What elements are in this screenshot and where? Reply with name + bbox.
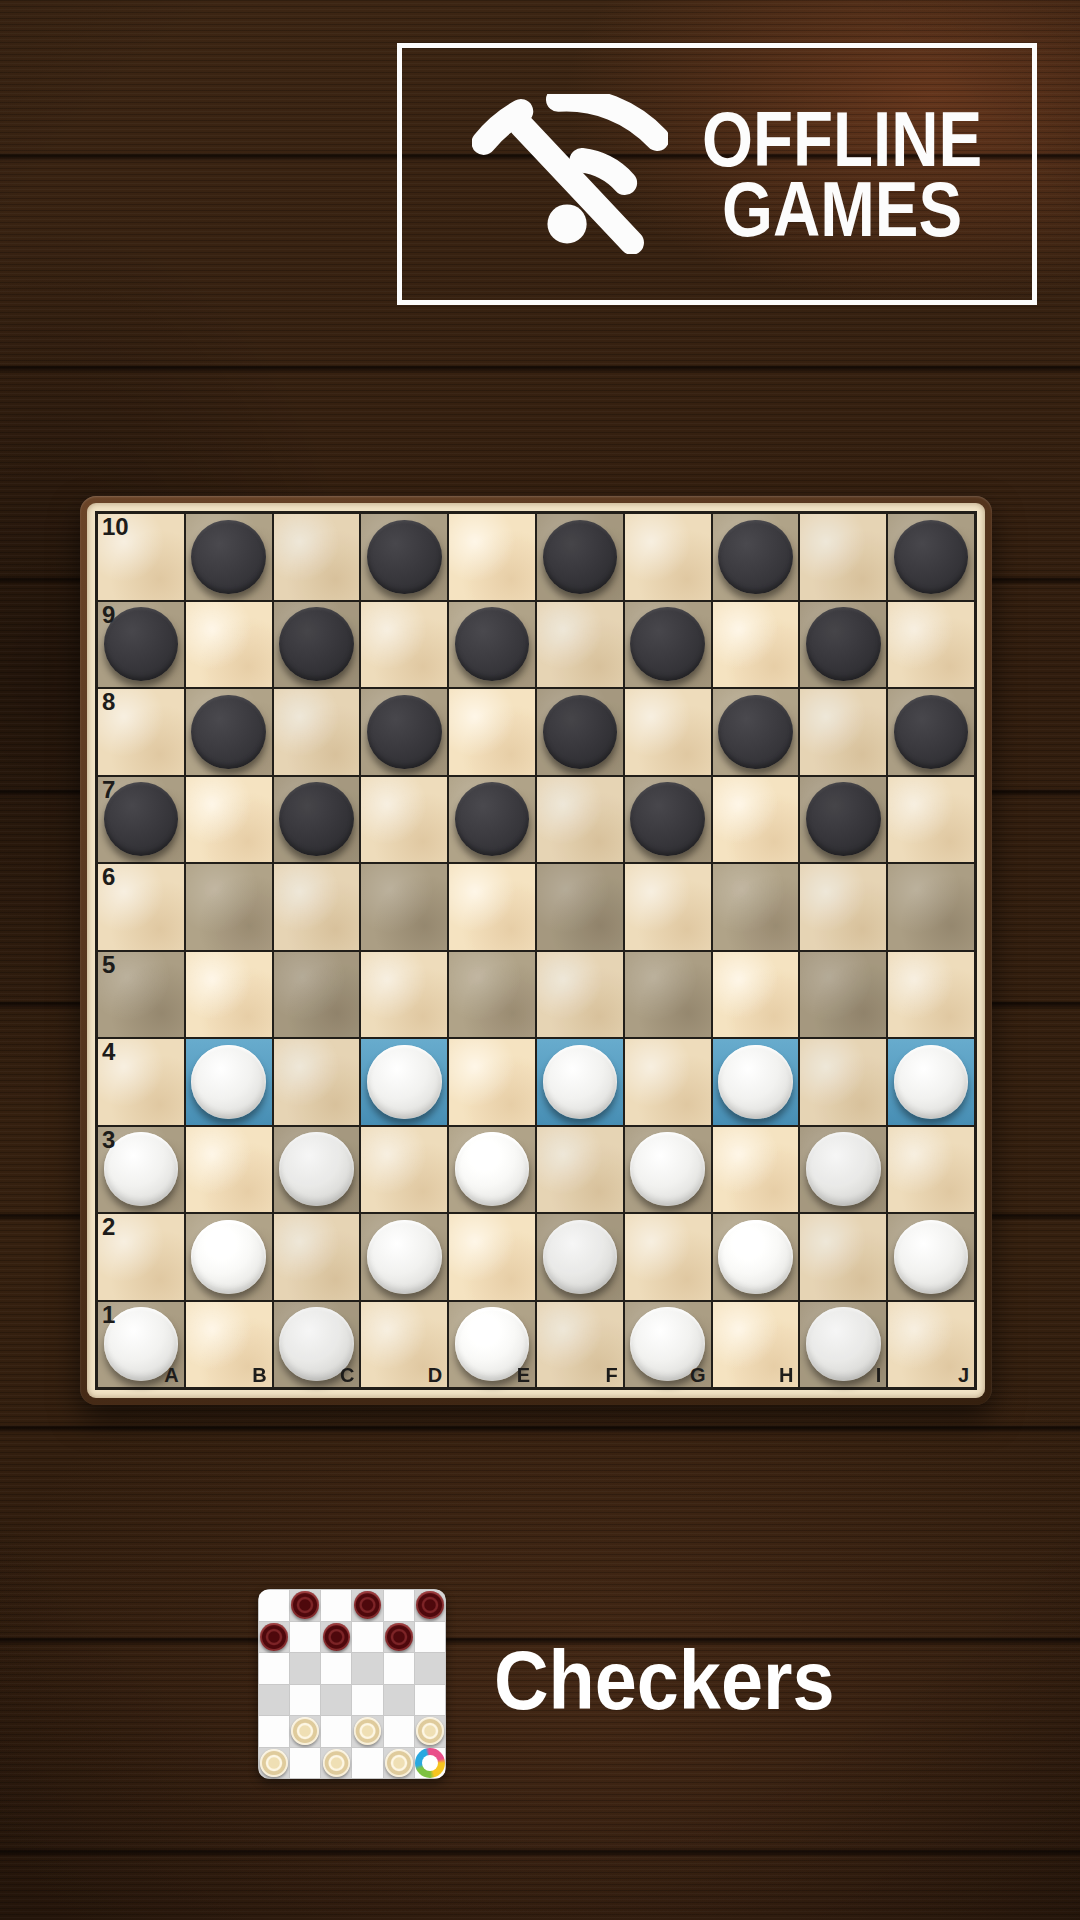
square-E7[interactable]: [449, 777, 535, 863]
icon-square: [384, 1748, 414, 1779]
black-piece-I9[interactable]: [806, 607, 881, 681]
white-piece-E3[interactable]: [455, 1132, 530, 1206]
icon-cream-piece: [385, 1749, 413, 1777]
icon-cream-piece: [323, 1749, 351, 1777]
square-B6[interactable]: [186, 864, 272, 950]
square-J7[interactable]: [888, 777, 974, 863]
icon-square: [384, 1685, 414, 1716]
square-H9[interactable]: [713, 602, 799, 688]
square-J10[interactable]: [888, 514, 974, 600]
square-H1[interactable]: H: [713, 1302, 799, 1388]
square-D7[interactable]: [361, 777, 447, 863]
square-H7[interactable]: [713, 777, 799, 863]
black-piece-I7[interactable]: [806, 782, 881, 856]
square-B8[interactable]: [186, 689, 272, 775]
square-D4[interactable]: [361, 1039, 447, 1125]
square-I4[interactable]: [800, 1039, 886, 1125]
row-label-1: 1: [102, 1303, 115, 1327]
icon-square: [352, 1590, 382, 1621]
square-H5[interactable]: [713, 952, 799, 1038]
icon-square: [259, 1716, 289, 1747]
icon-square: [415, 1653, 445, 1684]
white-piece-H2[interactable]: [718, 1220, 793, 1294]
square-G8[interactable]: [625, 689, 711, 775]
square-E2[interactable]: [449, 1214, 535, 1300]
logo-title-line2: GAMES: [702, 174, 982, 244]
square-A1[interactable]: 1A: [98, 1302, 184, 1388]
square-E4[interactable]: [449, 1039, 535, 1125]
black-piece-J8[interactable]: [894, 695, 969, 769]
icon-square: [290, 1590, 320, 1621]
square-F5[interactable]: [537, 952, 623, 1038]
square-B1[interactable]: B: [186, 1302, 272, 1388]
icon-square: [259, 1622, 289, 1653]
col-label-E: E: [517, 1365, 530, 1385]
square-J8[interactable]: [888, 689, 974, 775]
col-label-H: H: [779, 1365, 793, 1385]
square-C2[interactable]: [274, 1214, 360, 1300]
square-J6[interactable]: [888, 864, 974, 950]
icon-square: [352, 1748, 382, 1779]
square-F3[interactable]: [537, 1127, 623, 1213]
col-label-F: F: [606, 1365, 618, 1385]
square-A6[interactable]: 6: [98, 864, 184, 950]
white-piece-J4[interactable]: [894, 1045, 969, 1119]
square-E8[interactable]: [449, 689, 535, 775]
row-label-10: 10: [102, 515, 129, 539]
icon-square: [290, 1685, 320, 1716]
color-ring-logo: [415, 1748, 445, 1779]
square-H3[interactable]: [713, 1127, 799, 1213]
col-label-A: A: [164, 1365, 178, 1385]
black-piece-J10[interactable]: [894, 520, 969, 594]
white-piece-D2[interactable]: [367, 1220, 442, 1294]
square-F2[interactable]: [537, 1214, 623, 1300]
square-I5[interactable]: [800, 952, 886, 1038]
col-label-D: D: [428, 1365, 442, 1385]
icon-red-piece: [354, 1591, 382, 1619]
wifi-off-icon: [472, 94, 668, 254]
white-piece-C3[interactable]: [279, 1132, 354, 1206]
white-piece-H4[interactable]: [718, 1045, 793, 1119]
square-C1[interactable]: C: [274, 1302, 360, 1388]
icon-square: [290, 1716, 320, 1747]
square-B9[interactable]: [186, 602, 272, 688]
white-piece-I1[interactable]: [806, 1307, 881, 1381]
square-I2[interactable]: [800, 1214, 886, 1300]
square-F6[interactable]: [537, 864, 623, 950]
square-D3[interactable]: [361, 1127, 447, 1213]
square-A9[interactable]: 9: [98, 602, 184, 688]
square-I3[interactable]: [800, 1127, 886, 1213]
square-G10[interactable]: [625, 514, 711, 600]
black-piece-B8[interactable]: [191, 695, 266, 769]
icon-square: [384, 1653, 414, 1684]
square-J4[interactable]: [888, 1039, 974, 1125]
square-D1[interactable]: D: [361, 1302, 447, 1388]
black-piece-C7[interactable]: [279, 782, 354, 856]
col-label-J: J: [958, 1365, 969, 1385]
white-piece-B4[interactable]: [191, 1045, 266, 1119]
square-D6[interactable]: [361, 864, 447, 950]
square-B2[interactable]: [186, 1214, 272, 1300]
square-C10[interactable]: [274, 514, 360, 600]
square-B10[interactable]: [186, 514, 272, 600]
col-label-C: C: [340, 1365, 354, 1385]
icon-square: [384, 1716, 414, 1747]
square-G2[interactable]: [625, 1214, 711, 1300]
square-E10[interactable]: [449, 514, 535, 600]
black-piece-H8[interactable]: [718, 695, 793, 769]
square-E5[interactable]: [449, 952, 535, 1038]
square-H4[interactable]: [713, 1039, 799, 1125]
icon-cream-piece: [260, 1749, 288, 1777]
square-I10[interactable]: [800, 514, 886, 600]
white-piece-I3[interactable]: [806, 1132, 881, 1206]
col-label-G: G: [690, 1365, 706, 1385]
square-D2[interactable]: [361, 1214, 447, 1300]
row-label-9: 9: [102, 603, 115, 627]
square-F8[interactable]: [537, 689, 623, 775]
row-label-3: 3: [102, 1128, 115, 1152]
square-A7[interactable]: 7: [98, 777, 184, 863]
black-piece-D8[interactable]: [367, 695, 442, 769]
square-F7[interactable]: [537, 777, 623, 863]
game-title: Checkers: [494, 1638, 834, 1722]
icon-red-piece: [323, 1623, 351, 1651]
icon-cream-piece: [291, 1717, 319, 1745]
checkers-board: 10987654321ABCDEFGHIJ: [80, 496, 992, 1405]
icon-square: [415, 1748, 445, 1779]
icon-square: [321, 1622, 351, 1653]
square-G1[interactable]: G: [625, 1302, 711, 1388]
square-E1[interactable]: E: [449, 1302, 535, 1388]
square-A8[interactable]: 8: [98, 689, 184, 775]
square-A5[interactable]: 5: [98, 952, 184, 1038]
square-C7[interactable]: [274, 777, 360, 863]
icon-red-piece: [291, 1591, 319, 1619]
square-C5[interactable]: [274, 952, 360, 1038]
icon-square: [259, 1685, 289, 1716]
square-J9[interactable]: [888, 602, 974, 688]
icon-square: [259, 1748, 289, 1779]
icon-red-piece: [416, 1591, 444, 1619]
square-A10[interactable]: 10: [98, 514, 184, 600]
square-C8[interactable]: [274, 689, 360, 775]
square-F9[interactable]: [537, 602, 623, 688]
icon-square: [384, 1590, 414, 1621]
icon-square: [290, 1653, 320, 1684]
black-piece-F10[interactable]: [543, 520, 618, 594]
square-B7[interactable]: [186, 777, 272, 863]
square-C9[interactable]: [274, 602, 360, 688]
black-piece-E9[interactable]: [455, 607, 530, 681]
white-piece-G3[interactable]: [630, 1132, 705, 1206]
square-H10[interactable]: [713, 514, 799, 600]
icon-square: [352, 1716, 382, 1747]
icon-square: [352, 1653, 382, 1684]
square-E6[interactable]: [449, 864, 535, 950]
icon-red-piece: [385, 1623, 413, 1651]
black-piece-E7[interactable]: [455, 782, 530, 856]
black-piece-C9[interactable]: [279, 607, 354, 681]
black-piece-G7[interactable]: [630, 782, 705, 856]
icon-square: [321, 1716, 351, 1747]
square-C6[interactable]: [274, 864, 360, 950]
square-G9[interactable]: [625, 602, 711, 688]
logo-title: OFFLINE GAMES: [702, 104, 982, 244]
row-label-7: 7: [102, 778, 115, 802]
row-label-6: 6: [102, 865, 115, 889]
square-D10[interactable]: [361, 514, 447, 600]
logo-title-line1: OFFLINE: [702, 104, 982, 174]
icon-cream-piece: [354, 1717, 382, 1745]
square-C3[interactable]: [274, 1127, 360, 1213]
square-D8[interactable]: [361, 689, 447, 775]
icon-square: [352, 1685, 382, 1716]
board-margin: 10987654321ABCDEFGHIJ: [87, 503, 985, 1398]
icon-square: [290, 1622, 320, 1653]
icon-square: [415, 1685, 445, 1716]
square-B5[interactable]: [186, 952, 272, 1038]
wood-background: OFFLINE GAMES 10987654321ABCDEFGHIJ Chec…: [0, 0, 1080, 1920]
square-I7[interactable]: [800, 777, 886, 863]
square-I1[interactable]: I: [800, 1302, 886, 1388]
row-label-4: 4: [102, 1040, 115, 1064]
col-label-I: I: [876, 1365, 882, 1385]
row-label-5: 5: [102, 953, 115, 977]
black-piece-D10[interactable]: [367, 520, 442, 594]
icon-square: [415, 1716, 445, 1747]
icon-square: [321, 1748, 351, 1779]
icon-square: [321, 1653, 351, 1684]
square-G3[interactable]: [625, 1127, 711, 1213]
icon-red-piece: [260, 1623, 288, 1651]
icon-cream-piece: [416, 1717, 444, 1745]
square-A4[interactable]: 4: [98, 1039, 184, 1125]
icon-square: [415, 1590, 445, 1621]
row-label-2: 2: [102, 1215, 115, 1239]
board-grid: 10987654321ABCDEFGHIJ: [95, 511, 977, 1390]
white-piece-D4[interactable]: [367, 1045, 442, 1119]
square-E9[interactable]: [449, 602, 535, 688]
square-B3[interactable]: [186, 1127, 272, 1213]
square-G5[interactable]: [625, 952, 711, 1038]
icon-square: [259, 1653, 289, 1684]
icon-square: [259, 1590, 289, 1621]
icon-square: [290, 1748, 320, 1779]
white-piece-J2[interactable]: [894, 1220, 969, 1294]
square-I9[interactable]: [800, 602, 886, 688]
row-label-8: 8: [102, 690, 115, 714]
square-G6[interactable]: [625, 864, 711, 950]
square-A2[interactable]: 2: [98, 1214, 184, 1300]
square-J5[interactable]: [888, 952, 974, 1038]
square-B4[interactable]: [186, 1039, 272, 1125]
square-E3[interactable]: [449, 1127, 535, 1213]
square-G7[interactable]: [625, 777, 711, 863]
offline-games-logo: OFFLINE GAMES: [397, 43, 1037, 305]
square-A3[interactable]: 3: [98, 1127, 184, 1213]
square-C4[interactable]: [274, 1039, 360, 1125]
square-I8[interactable]: [800, 689, 886, 775]
square-D5[interactable]: [361, 952, 447, 1038]
white-piece-B2[interactable]: [191, 1220, 266, 1294]
square-H8[interactable]: [713, 689, 799, 775]
col-label-B: B: [252, 1365, 266, 1385]
black-piece-B10[interactable]: [191, 520, 266, 594]
black-piece-G9[interactable]: [630, 607, 705, 681]
black-piece-F8[interactable]: [543, 695, 618, 769]
square-J1[interactable]: J: [888, 1302, 974, 1388]
icon-square: [321, 1685, 351, 1716]
square-J3[interactable]: [888, 1127, 974, 1213]
icon-square: [415, 1622, 445, 1653]
icon-square: [384, 1622, 414, 1653]
square-H2[interactable]: [713, 1214, 799, 1300]
icon-square: [321, 1590, 351, 1621]
square-F1[interactable]: F: [537, 1302, 623, 1388]
white-piece-F4[interactable]: [543, 1045, 618, 1119]
checkers-app-icon: [258, 1589, 446, 1779]
square-G4[interactable]: [625, 1039, 711, 1125]
black-piece-H10[interactable]: [718, 520, 793, 594]
square-I6[interactable]: [800, 864, 886, 950]
square-F10[interactable]: [537, 514, 623, 600]
icon-square: [352, 1622, 382, 1653]
square-J2[interactable]: [888, 1214, 974, 1300]
square-H6[interactable]: [713, 864, 799, 950]
square-F4[interactable]: [537, 1039, 623, 1125]
white-piece-F2[interactable]: [543, 1220, 618, 1294]
square-D9[interactable]: [361, 602, 447, 688]
